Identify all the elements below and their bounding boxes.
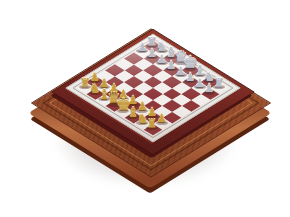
pieces-layer: ♜♞♟♝♟♛♟♚♟♝♟♞♟♟♜♟♟♜♟♟♞♟♝♟♛♟♚♟♝♟♞♜ bbox=[0, 0, 290, 217]
piece-gold-rook-h1: ♜ bbox=[143, 118, 161, 130]
piece-silver-pawn-h7: ♟ bbox=[200, 83, 218, 95]
chess-set-photo: ♜♞♟♝♟♛♟♚♟♝♟♞♟♟♜♟♟♜♟♟♞♟♝♟♛♟♚♟♝♟♞♜ bbox=[0, 0, 290, 217]
